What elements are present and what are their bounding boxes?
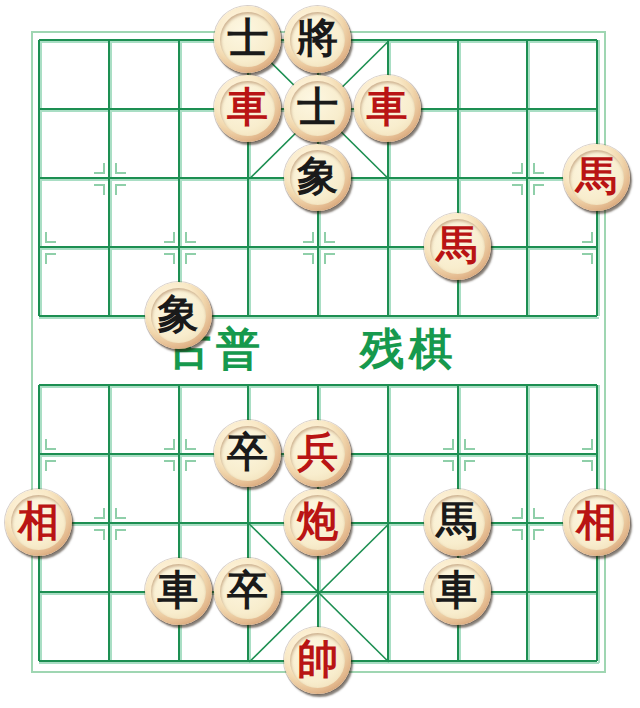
- piece-glyph: 象: [158, 294, 199, 335]
- piece-black-elephant[interactable]: 象: [145, 282, 212, 349]
- piece-black-advisor[interactable]: 士: [214, 6, 281, 73]
- piece-black-horse[interactable]: 馬: [424, 489, 491, 556]
- piece-glyph: 馬: [576, 156, 617, 197]
- piece-black-soldier[interactable]: 卒: [214, 558, 281, 625]
- piece-black-chariot[interactable]: 車: [424, 558, 491, 625]
- piece-glyph: 相: [576, 501, 617, 542]
- piece-red-elephant[interactable]: 相: [563, 489, 630, 556]
- piece-red-elephant[interactable]: 相: [5, 489, 72, 556]
- piece-glyph: 帥: [297, 639, 338, 680]
- piece-glyph: 炮: [297, 501, 338, 542]
- piece-glyph: 將: [297, 18, 338, 59]
- piece-glyph: 車: [227, 87, 268, 128]
- piece-red-chariot[interactable]: 車: [354, 75, 421, 142]
- piece-red-general[interactable]: 帥: [284, 627, 351, 694]
- piece-black-soldier[interactable]: 卒: [214, 420, 281, 487]
- xiangqi-board: 古普 残棋 士將車士車象馬馬象卒兵相炮馬相車卒車帥: [0, 0, 640, 708]
- piece-glyph: 相: [18, 501, 59, 542]
- piece-glyph: 馬: [437, 501, 478, 542]
- piece-glyph: 車: [437, 570, 478, 611]
- piece-glyph: 車: [367, 87, 408, 128]
- piece-glyph: 士: [227, 18, 268, 59]
- piece-red-cannon[interactable]: 炮: [284, 489, 351, 556]
- piece-red-soldier[interactable]: 兵: [284, 420, 351, 487]
- piece-red-chariot[interactable]: 車: [214, 75, 281, 142]
- piece-red-horse[interactable]: 馬: [424, 213, 491, 280]
- piece-glyph: 象: [297, 156, 338, 197]
- piece-red-horse[interactable]: 馬: [563, 144, 630, 211]
- pieces-layer: 士將車士車象馬馬象卒兵相炮馬相車卒車帥: [0, 0, 640, 708]
- piece-glyph: 兵: [297, 432, 338, 473]
- piece-black-elephant[interactable]: 象: [284, 144, 351, 211]
- piece-black-advisor[interactable]: 士: [284, 75, 351, 142]
- piece-black-general[interactable]: 將: [284, 6, 351, 73]
- piece-glyph: 卒: [227, 432, 268, 473]
- piece-glyph: 卒: [227, 570, 268, 611]
- piece-glyph: 士: [297, 87, 338, 128]
- piece-glyph: 馬: [437, 225, 478, 266]
- piece-black-chariot[interactable]: 車: [145, 558, 212, 625]
- piece-glyph: 車: [158, 570, 199, 611]
